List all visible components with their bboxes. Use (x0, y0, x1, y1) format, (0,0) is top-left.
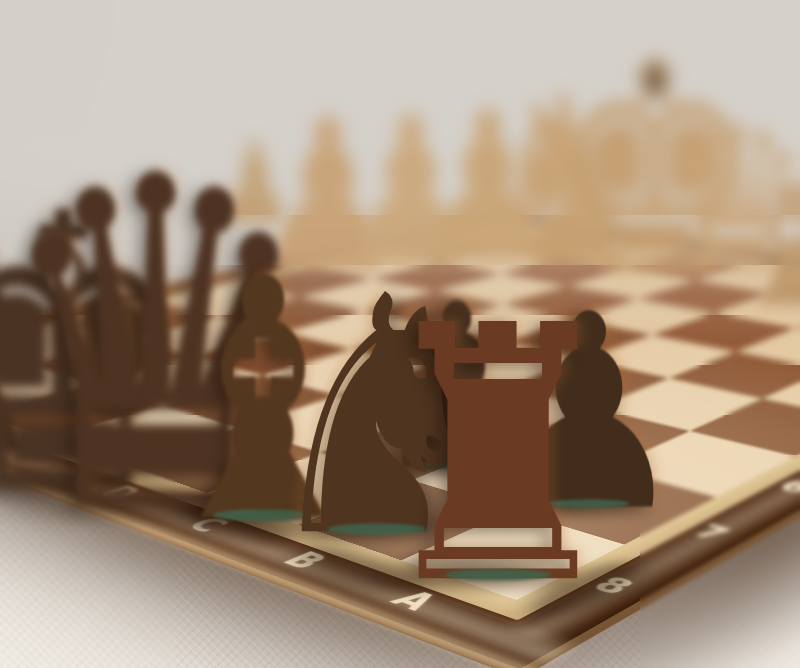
white-king-dark-finial (645, 64, 665, 96)
chess-board: DCBA876 (0, 210, 800, 668)
chess-photo-scene: DCBA876 ♟♟♟♟♞♚♛♝ ♝♚♛♝♟♞♟♜ (0, 0, 800, 668)
board-perspective-wrap: DCBA876 (0, 0, 800, 668)
